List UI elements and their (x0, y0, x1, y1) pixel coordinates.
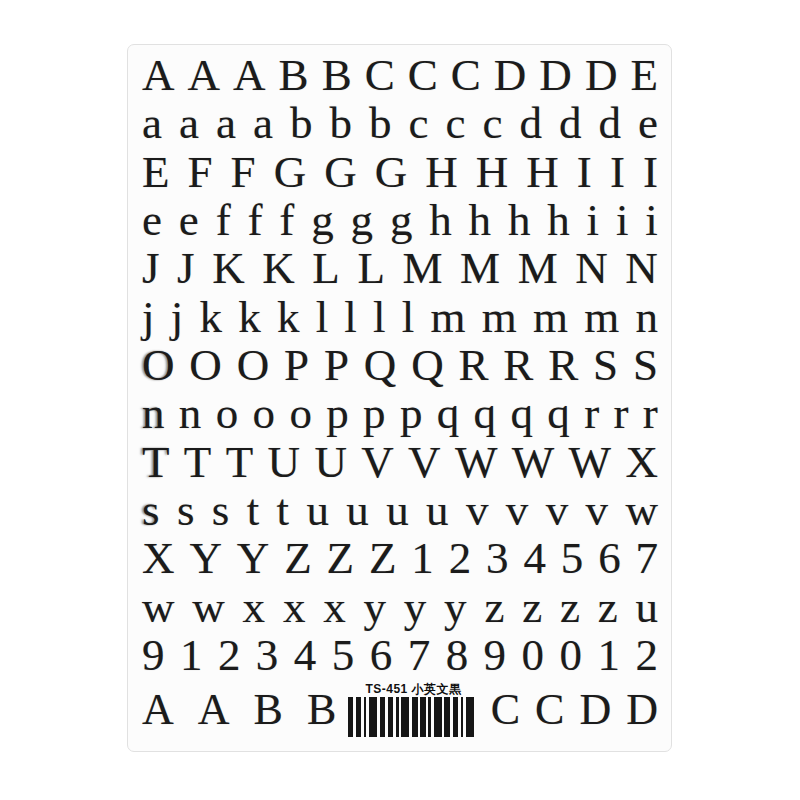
letter-sticker: y (363, 583, 386, 631)
letter-sticker: n (636, 293, 659, 341)
letter-sticker: U (268, 438, 301, 486)
letter-sticker: U (314, 438, 347, 486)
barcode-label: TS-451 小英文黒 (365, 683, 461, 696)
letter-sticker: B (254, 680, 283, 740)
letter-sticker: 7 (636, 534, 659, 582)
letter-sticker: q (437, 389, 460, 437)
letter-sticker: i (616, 196, 629, 244)
letter-sticker: z (484, 583, 504, 631)
letter-sticker: v (506, 486, 529, 534)
letter-sticker: l (316, 293, 329, 341)
letter-sticker: z (598, 583, 618, 631)
letter-sticker: X (142, 534, 175, 582)
letter-sticker: L (357, 244, 385, 292)
letter-sticker: Q (364, 341, 397, 389)
letter-sticker: l (402, 293, 415, 341)
letter-sticker: e (179, 196, 199, 244)
letter-sticker: s (142, 486, 160, 534)
letter-sticker: P (324, 341, 349, 389)
letter-sticker: o (216, 389, 239, 437)
letter-sticker: D (579, 680, 611, 740)
letter-sticker: D (626, 680, 658, 740)
letter-sticker: l (373, 293, 386, 341)
letter-sticker: f (248, 196, 263, 244)
letter-sticker: B (279, 51, 309, 99)
letter-row: wwxxxyyyzzzzu (142, 583, 658, 631)
letter-sticker: J (177, 244, 195, 292)
letter-sticker: H (526, 148, 559, 196)
letter-sticker: d (598, 99, 621, 147)
letter-sticker: 4 (523, 534, 546, 582)
letter-sticker: h (508, 196, 531, 244)
letter-sticker: o (253, 389, 276, 437)
letter-sticker: n (179, 389, 202, 437)
letter-sticker: I (577, 148, 592, 196)
letter-sticker: u (636, 583, 659, 631)
letter-sticker: b (329, 99, 352, 147)
letter-sticker: k (238, 293, 261, 341)
letter-sticker: A (188, 51, 221, 99)
letter-sticker: c (445, 99, 465, 147)
letter-sticker: v (546, 486, 569, 534)
letter-sticker: y (444, 583, 467, 631)
letter-sticker: x (323, 583, 346, 631)
letter-sticker: G (274, 148, 307, 196)
letter-row: nnooopppqqqqrrr (142, 389, 658, 437)
letter-sticker: B (322, 51, 352, 99)
letter-sticker: d (519, 99, 542, 147)
letter-sticker: D (539, 51, 572, 99)
letter-row: TTTUUVVWWWX (142, 438, 658, 486)
letter-sticker: M (518, 244, 558, 292)
letter-sticker: 5 (332, 631, 355, 679)
letter-sticker: s (177, 486, 195, 534)
letter-sticker: 1 (411, 534, 434, 582)
letter-sticker: C (365, 51, 395, 99)
letter-sticker: S (593, 341, 618, 389)
letter-sticker: g (311, 196, 334, 244)
letter-sticker: W (455, 438, 497, 486)
letter-sticker: A (142, 51, 175, 99)
barcode (348, 697, 480, 737)
letter-sticker: 2 (449, 534, 472, 582)
letter-sticker: F (188, 148, 213, 196)
letter-sticker: e (142, 196, 162, 244)
letter-sticker: F (231, 148, 256, 196)
letter-sticker: r (613, 389, 628, 437)
letter-sticker: p (326, 389, 349, 437)
letter-sticker: D (585, 51, 618, 99)
letter-sticker: 2 (218, 631, 241, 679)
letter-sticker: 6 (598, 534, 621, 582)
letter-sticker: H (425, 148, 458, 196)
letter-sticker: a (179, 99, 199, 147)
letter-sticker: T (184, 438, 212, 486)
bottom-right-letters: CCDD (491, 680, 658, 740)
letter-sticker: V (408, 438, 441, 486)
letter-sticker: 4 (294, 631, 317, 679)
letter-sticker: t (277, 486, 290, 534)
letter-sticker: w (142, 583, 175, 631)
letter-sticker: p (400, 389, 423, 437)
letter-sticker: I (610, 148, 625, 196)
letter-sticker: r (643, 389, 658, 437)
letter-sticker: Q (411, 341, 444, 389)
bottom-left-letters: AABB (142, 680, 336, 740)
letter-sticker: 2 (635, 631, 658, 679)
letter-sticker: s (212, 486, 230, 534)
letter-row: AAABBCCCDDDE (142, 51, 658, 99)
letter-sticker: g (351, 196, 374, 244)
letter-sticker: o (289, 389, 312, 437)
letter-sticker: a (253, 99, 273, 147)
letter-row: sssttuuuuvvvvw (142, 486, 658, 534)
letter-sticker: i (587, 196, 600, 244)
letter-sticker: C (451, 51, 481, 99)
letter-sticker: u (346, 486, 369, 534)
letter-sticker: h (469, 196, 492, 244)
letter-sticker: b (369, 99, 392, 147)
letter-sticker: J (142, 244, 160, 292)
letter-sticker: K (262, 244, 295, 292)
letter-sticker: A (198, 680, 230, 740)
letter-sticker: E (630, 51, 658, 99)
letter-sticker: 1 (597, 631, 620, 679)
letter-sticker: E (142, 148, 170, 196)
letter-sticker: 7 (408, 631, 431, 679)
letter-sticker: a (216, 99, 236, 147)
letter-sticker: W (569, 438, 611, 486)
sticker-sheet: AAABBCCCDDDEaaaabbbcccdddeEFFGGGHHHIIIee… (127, 44, 672, 752)
letter-sticker: q (547, 389, 570, 437)
letter-sticker: M (460, 244, 500, 292)
letter-sticker: O (142, 341, 175, 389)
letter-sticker: q (510, 389, 533, 437)
letter-sticker: r (584, 389, 599, 437)
letter-row: 91234567890012 (142, 631, 658, 679)
letter-sticker: 3 (256, 631, 279, 679)
letter-sticker: u (426, 486, 449, 534)
letter-sticker: z (522, 583, 542, 631)
letter-sticker: 6 (370, 631, 393, 679)
letter-sticker: C (491, 680, 520, 740)
letter-sticker: 1 (180, 631, 203, 679)
letter-sticker: k (277, 293, 300, 341)
letter-sticker: m (482, 293, 517, 341)
letter-sticker: 0 (522, 631, 545, 679)
letter-sticker: v (466, 486, 489, 534)
letter-sticker: f (216, 196, 231, 244)
letter-sticker: I (643, 148, 658, 196)
letter-sticker: l (344, 293, 357, 341)
letter-sticker: A (142, 680, 174, 740)
bottom-row: AABB TS-451 小英文黒 CCDD (142, 679, 658, 741)
letter-sticker: K (212, 244, 245, 292)
letter-sticker: N (575, 244, 608, 292)
letter-sticker: d (559, 99, 582, 147)
letter-sticker: x (283, 583, 306, 631)
letter-sticker: u (386, 486, 409, 534)
letter-sticker: T (142, 438, 170, 486)
letter-sticker: x (243, 583, 266, 631)
letter-sticker: m (533, 293, 568, 341)
letter-sticker: 9 (142, 631, 165, 679)
letter-sticker: Y (237, 534, 270, 582)
letter-sticker: 5 (561, 534, 584, 582)
letter-sticker: w (192, 583, 225, 631)
letter-grid: AAABBCCCDDDEaaaabbbcccdddeEFFGGGHHHIIIee… (142, 51, 658, 679)
letter-sticker: y (404, 583, 427, 631)
letter-row: OOOPPQQRRRSS (142, 341, 658, 389)
letter-sticker: P (284, 341, 309, 389)
letter-sticker: X (625, 438, 658, 486)
letter-sticker: Y (189, 534, 222, 582)
letter-sticker: b (290, 99, 313, 147)
letter-sticker: V (361, 438, 394, 486)
letter-sticker: O (237, 341, 270, 389)
letter-row: aaaabbbcccddde (142, 99, 658, 147)
letter-sticker: j (171, 293, 184, 341)
letter-sticker: c (482, 99, 502, 147)
letter-sticker: g (390, 196, 413, 244)
letter-row: JJKKLLMMMNN (142, 244, 658, 292)
letter-sticker: v (586, 486, 609, 534)
letter-sticker: C (408, 51, 438, 99)
letter-row: jjkkkllllmmmmn (142, 293, 658, 341)
letter-sticker: L (312, 244, 340, 292)
letter-sticker: R (458, 341, 488, 389)
letter-sticker: t (247, 486, 260, 534)
letter-sticker: R (548, 341, 578, 389)
letter-sticker: G (375, 148, 408, 196)
letter-sticker: O (189, 341, 222, 389)
letter-row: EFFGGGHHHIII (142, 148, 658, 196)
letter-sticker: W (512, 438, 554, 486)
letter-sticker: p (363, 389, 386, 437)
letter-sticker: 8 (446, 631, 469, 679)
letter-sticker: Z (369, 534, 397, 582)
letter-sticker: C (535, 680, 564, 740)
letter-sticker: m (431, 293, 466, 341)
letter-sticker: n (142, 389, 165, 437)
letter-sticker: w (625, 486, 658, 534)
letter-sticker: m (584, 293, 619, 341)
letter-sticker: 3 (486, 534, 509, 582)
barcode-block: TS-451 小英文黒 (348, 683, 480, 737)
letter-sticker: a (142, 99, 162, 147)
letter-sticker: k (199, 293, 222, 341)
letter-sticker: D (494, 51, 527, 99)
letter-sticker: q (474, 389, 497, 437)
letter-sticker: i (645, 196, 658, 244)
letter-sticker: A (233, 51, 266, 99)
letter-sticker: R (503, 341, 533, 389)
letter-sticker: j (142, 293, 155, 341)
letter-sticker: 9 (484, 631, 507, 679)
letter-row: eefffggghhhhiii (142, 196, 658, 244)
letter-sticker: N (625, 244, 658, 292)
letter-sticker: 0 (559, 631, 582, 679)
letter-sticker: e (638, 99, 658, 147)
letter-sticker: Z (327, 534, 355, 582)
letter-row: XYYZZZ1234567 (142, 534, 658, 582)
letter-sticker: c (408, 99, 428, 147)
letter-sticker: z (560, 583, 580, 631)
letter-sticker: T (226, 438, 254, 486)
letter-sticker: h (547, 196, 570, 244)
letter-sticker: u (306, 486, 329, 534)
letter-sticker: Z (284, 534, 312, 582)
letter-sticker: B (307, 680, 336, 740)
letter-sticker: f (279, 196, 294, 244)
letter-sticker: H (476, 148, 509, 196)
letter-sticker: M (403, 244, 443, 292)
letter-sticker: G (324, 148, 357, 196)
letter-sticker: S (633, 341, 658, 389)
letter-sticker: h (429, 196, 452, 244)
